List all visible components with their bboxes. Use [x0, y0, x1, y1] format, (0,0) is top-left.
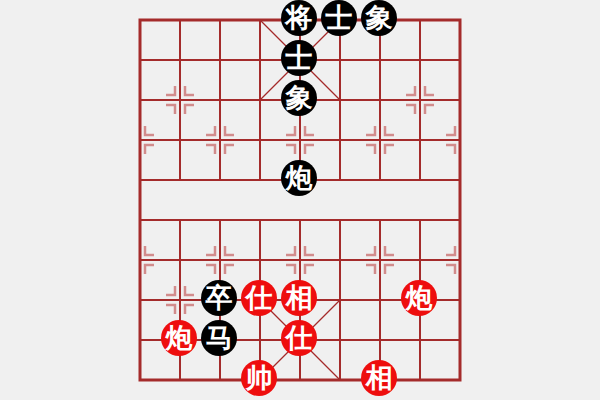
board-point[interactable]	[160, 280, 200, 320]
board-point[interactable]	[240, 200, 280, 240]
board-point[interactable]: 马	[200, 320, 240, 360]
board-point[interactable]	[400, 240, 440, 280]
piece-black-advisor[interactable]: 士	[281, 40, 317, 76]
board-point[interactable]: 将	[280, 0, 320, 40]
board-point[interactable]: 士	[320, 0, 360, 40]
board-point[interactable]	[400, 160, 440, 200]
board-point[interactable]	[360, 160, 400, 200]
board-point[interactable]	[360, 80, 400, 120]
board-point[interactable]	[320, 120, 360, 160]
board-point[interactable]: 炮	[280, 160, 320, 200]
board-point[interactable]	[240, 40, 280, 80]
board-point[interactable]	[320, 200, 360, 240]
piece-red-cannon[interactable]: 炮	[161, 320, 197, 356]
board-point[interactable]	[200, 80, 240, 120]
board-point[interactable]	[120, 200, 160, 240]
board-point[interactable]	[160, 0, 200, 40]
board-point[interactable]	[240, 240, 280, 280]
piece-red-general[interactable]: 帅	[241, 360, 277, 396]
board-point[interactable]	[440, 200, 480, 240]
piece-red-cannon[interactable]: 炮	[401, 280, 437, 316]
board-point[interactable]	[440, 360, 480, 400]
board-point[interactable]	[320, 40, 360, 80]
board-point[interactable]: 仕	[240, 280, 280, 320]
board-point[interactable]	[360, 280, 400, 320]
board-point[interactable]	[360, 200, 400, 240]
board-point[interactable]	[280, 240, 320, 280]
board-point[interactable]	[200, 240, 240, 280]
board-point[interactable]	[120, 320, 160, 360]
board-point[interactable]	[360, 320, 400, 360]
board-point[interactable]: 仕	[280, 320, 320, 360]
board-point[interactable]	[120, 160, 160, 200]
board-point[interactable]: 炮	[160, 320, 200, 360]
board-point[interactable]	[160, 360, 200, 400]
piece-black-horse[interactable]: 马	[201, 320, 237, 356]
board-point[interactable]	[240, 0, 280, 40]
board-point[interactable]	[120, 120, 160, 160]
board-point[interactable]	[240, 160, 280, 200]
board-point[interactable]	[280, 360, 320, 400]
board-point[interactable]: 士	[280, 40, 320, 80]
board-point[interactable]	[120, 80, 160, 120]
board-point[interactable]	[440, 320, 480, 360]
piece-red-advisor[interactable]: 仕	[281, 320, 317, 356]
board-point[interactable]	[160, 120, 200, 160]
board-point[interactable]	[200, 360, 240, 400]
board-point[interactable]	[400, 120, 440, 160]
board-point[interactable]	[280, 120, 320, 160]
board-point[interactable]: 相	[360, 360, 400, 400]
board-point[interactable]	[200, 120, 240, 160]
board-point[interactable]	[400, 80, 440, 120]
board-point[interactable]	[240, 120, 280, 160]
board-point[interactable]: 卒	[200, 280, 240, 320]
piece-red-elephant[interactable]: 相	[361, 360, 397, 396]
board-point[interactable]	[160, 200, 200, 240]
board-point[interactable]	[120, 0, 160, 40]
board-point[interactable]	[160, 240, 200, 280]
board-point[interactable]	[400, 360, 440, 400]
board-point[interactable]: 相	[280, 280, 320, 320]
board-point[interactable]	[200, 0, 240, 40]
board-point[interactable]	[440, 240, 480, 280]
board-point[interactable]	[160, 40, 200, 80]
board-point[interactable]	[320, 240, 360, 280]
board-point[interactable]	[120, 240, 160, 280]
board-point[interactable]	[360, 240, 400, 280]
board-point[interactable]	[400, 40, 440, 80]
board-point[interactable]	[120, 280, 160, 320]
board-point[interactable]	[440, 80, 480, 120]
board-point[interactable]	[440, 120, 480, 160]
board-point[interactable]	[320, 360, 360, 400]
board-point[interactable]	[320, 80, 360, 120]
board-point[interactable]	[200, 160, 240, 200]
board-point[interactable]: 炮	[400, 280, 440, 320]
board-point[interactable]	[320, 280, 360, 320]
board-point[interactable]	[120, 40, 160, 80]
piece-black-cannon[interactable]: 炮	[281, 160, 317, 196]
xiangqi-board: 将士象士象炮卒仕相炮炮马仕帅相	[120, 0, 480, 400]
board-point[interactable]	[200, 200, 240, 240]
piece-black-elephant[interactable]: 象	[361, 0, 397, 36]
board-point[interactable]	[320, 160, 360, 200]
board-point[interactable]	[400, 200, 440, 240]
piece-black-advisor[interactable]: 士	[321, 0, 357, 36]
board-point[interactable]	[360, 40, 400, 80]
board-point[interactable]	[160, 160, 200, 200]
board-point[interactable]	[320, 320, 360, 360]
board-point[interactable]	[160, 80, 200, 120]
board-point[interactable]	[280, 200, 320, 240]
board-point[interactable]	[120, 360, 160, 400]
board-point[interactable]	[360, 120, 400, 160]
board-point[interactable]	[440, 280, 480, 320]
piece-black-pawn[interactable]: 卒	[201, 280, 237, 316]
board-point[interactable]: 象	[280, 80, 320, 120]
board-point[interactable]	[200, 40, 240, 80]
board-point[interactable]	[400, 320, 440, 360]
board-point[interactable]	[400, 0, 440, 40]
board-point[interactable]	[440, 0, 480, 40]
board-point[interactable]	[240, 320, 280, 360]
piece-black-elephant[interactable]: 象	[281, 80, 317, 116]
piece-black-general[interactable]: 将	[281, 0, 317, 36]
board-point[interactable]: 帅	[240, 360, 280, 400]
pieces-layer: 将士象士象炮卒仕相炮炮马仕帅相	[120, 0, 480, 400]
board-point[interactable]	[440, 40, 480, 80]
piece-red-elephant[interactable]: 相	[281, 280, 317, 316]
board-point[interactable]: 象	[360, 0, 400, 40]
piece-red-advisor[interactable]: 仕	[241, 280, 277, 316]
board-point[interactable]	[440, 160, 480, 200]
board-point[interactable]	[240, 80, 280, 120]
